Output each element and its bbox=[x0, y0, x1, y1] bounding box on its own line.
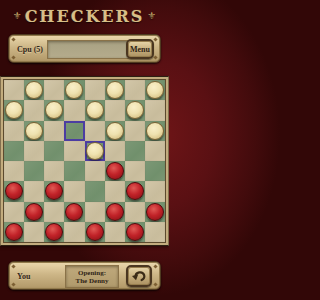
red-checker-piece[interactable] bbox=[106, 162, 124, 180]
menu-button[interactable]: Menu bbox=[126, 39, 154, 59]
board-square[interactable] bbox=[125, 141, 145, 161]
board-square bbox=[85, 202, 105, 222]
bar-corner-ornament bbox=[153, 282, 157, 286]
board-square[interactable] bbox=[105, 161, 125, 181]
board-square bbox=[4, 121, 24, 141]
app-title: CHECKERS bbox=[25, 7, 145, 26]
board-square bbox=[24, 100, 44, 120]
cream-checker-piece[interactable] bbox=[86, 101, 104, 119]
board-square[interactable] bbox=[145, 202, 165, 222]
player-label: You bbox=[17, 271, 30, 280]
board-square bbox=[145, 141, 165, 161]
board-square bbox=[125, 80, 145, 100]
board-square bbox=[44, 161, 64, 181]
cream-checker-piece[interactable] bbox=[106, 81, 124, 99]
app-title-bar: ⚜ CHECKERS ⚜ bbox=[0, 3, 169, 29]
board-square bbox=[64, 181, 84, 201]
board-square bbox=[85, 80, 105, 100]
cream-checker-piece[interactable] bbox=[106, 122, 124, 140]
cream-checker-piece[interactable] bbox=[146, 122, 164, 140]
board-square[interactable] bbox=[145, 161, 165, 181]
board-square[interactable] bbox=[4, 181, 24, 201]
board-square bbox=[105, 141, 125, 161]
red-checker-piece[interactable] bbox=[106, 203, 124, 221]
board-square bbox=[85, 161, 105, 181]
board-square bbox=[85, 121, 105, 141]
board-square[interactable] bbox=[105, 202, 125, 222]
board-square bbox=[24, 141, 44, 161]
board-square bbox=[4, 202, 24, 222]
red-checker-piece[interactable] bbox=[5, 223, 23, 241]
board-square[interactable] bbox=[105, 80, 125, 100]
board-square[interactable] bbox=[24, 202, 44, 222]
red-checker-piece[interactable] bbox=[5, 182, 23, 200]
board-square bbox=[24, 222, 44, 242]
bar-corner-ornament bbox=[153, 55, 157, 59]
board-square[interactable] bbox=[4, 100, 24, 120]
board-square bbox=[105, 100, 125, 120]
board-grid bbox=[3, 79, 166, 243]
board-square bbox=[4, 80, 24, 100]
board-square[interactable] bbox=[85, 141, 105, 161]
board-square[interactable] bbox=[44, 141, 64, 161]
board-square bbox=[145, 181, 165, 201]
board-square[interactable] bbox=[44, 181, 64, 201]
bar-corner-ornament bbox=[153, 264, 157, 268]
bar-corner-ornament bbox=[11, 55, 15, 59]
board-square[interactable] bbox=[64, 80, 84, 100]
board-square bbox=[4, 161, 24, 181]
cream-checker-piece[interactable] bbox=[25, 122, 43, 140]
bar-corner-ornament bbox=[11, 282, 15, 286]
opponent-message-inset bbox=[47, 40, 131, 59]
red-checker-piece[interactable] bbox=[65, 203, 83, 221]
board-square[interactable] bbox=[4, 222, 24, 242]
board-square bbox=[145, 100, 165, 120]
board-square[interactable] bbox=[145, 121, 165, 141]
board-square bbox=[125, 202, 145, 222]
red-checker-piece[interactable] bbox=[45, 223, 63, 241]
board-square[interactable] bbox=[125, 100, 145, 120]
cream-checker-piece[interactable] bbox=[86, 142, 104, 160]
board-square bbox=[24, 181, 44, 201]
board-square[interactable] bbox=[85, 181, 105, 201]
red-checker-piece[interactable] bbox=[146, 203, 164, 221]
board-square[interactable] bbox=[24, 80, 44, 100]
board-square[interactable] bbox=[44, 100, 64, 120]
board-square[interactable] bbox=[125, 222, 145, 242]
bar-corner-ornament bbox=[11, 37, 15, 41]
board-square bbox=[64, 222, 84, 242]
bar-corner-ornament bbox=[11, 264, 15, 268]
board-square bbox=[125, 161, 145, 181]
cream-checker-piece[interactable] bbox=[65, 81, 83, 99]
board-square[interactable] bbox=[24, 121, 44, 141]
cream-checker-piece[interactable] bbox=[45, 101, 63, 119]
board-square[interactable] bbox=[64, 121, 84, 141]
opponent-status-bar: Cpu (5) Menu bbox=[8, 34, 161, 63]
red-checker-piece[interactable] bbox=[126, 223, 144, 241]
board-square[interactable] bbox=[4, 141, 24, 161]
board-square bbox=[64, 141, 84, 161]
board-square[interactable] bbox=[64, 202, 84, 222]
board-square bbox=[125, 121, 145, 141]
cream-checker-piece[interactable] bbox=[126, 101, 144, 119]
board-square[interactable] bbox=[125, 181, 145, 201]
board-square bbox=[64, 100, 84, 120]
undo-arrow-icon bbox=[131, 269, 147, 283]
board-square[interactable] bbox=[24, 161, 44, 181]
red-checker-piece[interactable] bbox=[86, 223, 104, 241]
bar-corner-ornament bbox=[153, 37, 157, 41]
red-checker-piece[interactable] bbox=[126, 182, 144, 200]
board-square[interactable] bbox=[44, 222, 64, 242]
red-checker-piece[interactable] bbox=[45, 182, 63, 200]
player-status-bar: You Opening: The Denny bbox=[8, 261, 161, 290]
board-square bbox=[44, 80, 64, 100]
board-square[interactable] bbox=[64, 161, 84, 181]
red-checker-piece[interactable] bbox=[25, 203, 43, 221]
cream-checker-piece[interactable] bbox=[25, 81, 43, 99]
opening-status-line1: Opening: bbox=[78, 269, 106, 277]
opponent-label: Cpu (5) bbox=[17, 44, 43, 53]
cream-checker-piece[interactable] bbox=[5, 101, 23, 119]
undo-button[interactable] bbox=[126, 265, 152, 287]
board-square[interactable] bbox=[85, 100, 105, 120]
opening-status-inset: Opening: The Denny bbox=[65, 265, 119, 288]
board-square bbox=[105, 181, 125, 201]
board-square bbox=[44, 202, 64, 222]
opening-status-line2: The Denny bbox=[76, 277, 109, 285]
cream-checker-piece[interactable] bbox=[146, 81, 164, 99]
board-square[interactable] bbox=[145, 80, 165, 100]
fleur-ornament-right-icon: ⚜ bbox=[147, 11, 156, 21]
board-square[interactable] bbox=[85, 222, 105, 242]
fleur-ornament-left-icon: ⚜ bbox=[13, 11, 22, 21]
board-square bbox=[105, 222, 125, 242]
board-square[interactable] bbox=[105, 121, 125, 141]
checkers-board bbox=[0, 76, 169, 246]
board-square bbox=[145, 222, 165, 242]
board-square bbox=[44, 121, 64, 141]
